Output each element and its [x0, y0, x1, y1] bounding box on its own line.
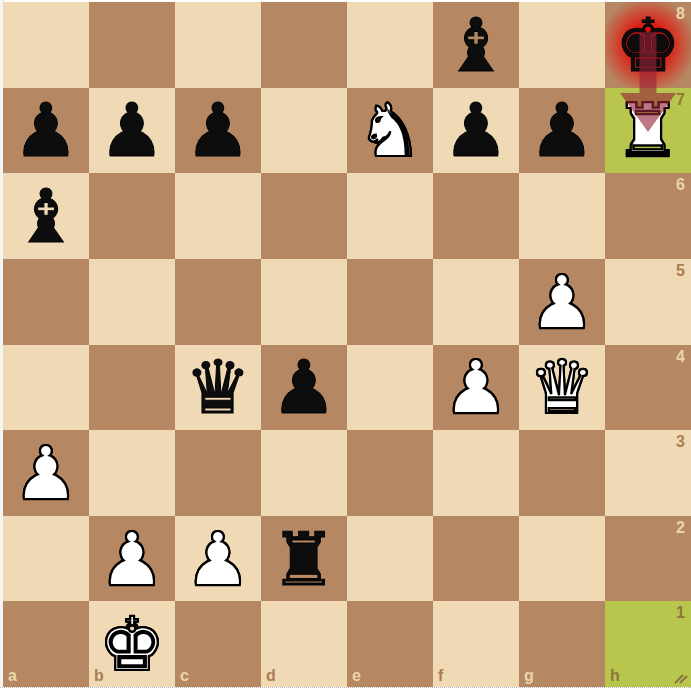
square-d7[interactable]	[261, 88, 347, 174]
square-c6[interactable]	[175, 173, 261, 259]
file-label-f: f	[438, 667, 443, 685]
white-pawn[interactable]: ♟	[443, 350, 509, 424]
rank-label-7: 7	[676, 91, 685, 109]
square-g1[interactable]: g	[519, 601, 605, 687]
white-pawn[interactable]: ♟	[99, 522, 165, 596]
square-f7[interactable]: ♟	[433, 88, 519, 174]
square-b6[interactable]	[89, 173, 175, 259]
square-g4[interactable]: ♛	[519, 345, 605, 431]
rank-label-6: 6	[676, 176, 685, 194]
square-e3[interactable]	[347, 430, 433, 516]
square-h2[interactable]: 2	[605, 516, 691, 602]
square-c8[interactable]	[175, 2, 261, 88]
file-label-a: a	[8, 667, 17, 685]
rank-label-2: 2	[676, 519, 685, 537]
square-e5[interactable]	[347, 259, 433, 345]
chess-board: ♝♚8♟♟♟♞♟♟♜7♝6♟5♛♟♟♛4♟3♟♟♜2a♚bcdefg1h	[3, 2, 691, 687]
square-h8[interactable]: ♚8	[605, 2, 691, 88]
square-f8[interactable]: ♝	[433, 2, 519, 88]
square-f4[interactable]: ♟	[433, 345, 519, 431]
square-g6[interactable]	[519, 173, 605, 259]
square-g3[interactable]	[519, 430, 605, 516]
square-d2[interactable]: ♜	[261, 516, 347, 602]
rank-label-5: 5	[676, 262, 685, 280]
square-h7[interactable]: ♜7	[605, 88, 691, 174]
rank-label-1: 1	[676, 604, 685, 622]
file-label-c: c	[180, 667, 189, 685]
square-a7[interactable]: ♟	[3, 88, 89, 174]
square-a1[interactable]: a	[3, 601, 89, 687]
square-e7[interactable]: ♞	[347, 88, 433, 174]
square-g7[interactable]: ♟	[519, 88, 605, 174]
rank-label-8: 8	[676, 5, 685, 23]
white-king[interactable]: ♚	[99, 607, 165, 681]
square-c1[interactable]: c	[175, 601, 261, 687]
file-label-b: b	[94, 667, 104, 685]
file-label-h: h	[610, 667, 620, 685]
square-b3[interactable]	[89, 430, 175, 516]
square-b1[interactable]: ♚b	[89, 601, 175, 687]
square-e8[interactable]	[347, 2, 433, 88]
square-d8[interactable]	[261, 2, 347, 88]
square-e4[interactable]	[347, 345, 433, 431]
square-f3[interactable]	[433, 430, 519, 516]
square-g8[interactable]	[519, 2, 605, 88]
black-bishop[interactable]: ♝	[13, 179, 79, 253]
square-a8[interactable]	[3, 2, 89, 88]
black-king[interactable]: ♚	[615, 8, 681, 82]
square-d6[interactable]	[261, 173, 347, 259]
square-a3[interactable]: ♟	[3, 430, 89, 516]
square-f6[interactable]	[433, 173, 519, 259]
square-f2[interactable]	[433, 516, 519, 602]
square-b5[interactable]	[89, 259, 175, 345]
rank-label-3: 3	[676, 433, 685, 451]
square-e2[interactable]	[347, 516, 433, 602]
square-b8[interactable]	[89, 2, 175, 88]
square-c7[interactable]: ♟	[175, 88, 261, 174]
white-pawn[interactable]: ♟	[185, 522, 251, 596]
square-c3[interactable]	[175, 430, 261, 516]
black-bishop[interactable]: ♝	[443, 8, 509, 82]
square-b7[interactable]: ♟	[89, 88, 175, 174]
square-d5[interactable]	[261, 259, 347, 345]
white-knight[interactable]: ♞	[357, 93, 423, 167]
square-a6[interactable]: ♝	[3, 173, 89, 259]
square-b4[interactable]	[89, 345, 175, 431]
square-g5[interactable]: ♟	[519, 259, 605, 345]
square-f5[interactable]	[433, 259, 519, 345]
square-h1[interactable]: 1h	[605, 601, 691, 687]
chess-app-page: ♝♚8♟♟♟♞♟♟♜7♝6♟5♛♟♟♛4♟3♟♟♜2a♚bcdefg1h	[0, 0, 691, 691]
square-a4[interactable]	[3, 345, 89, 431]
square-f1[interactable]: f	[433, 601, 519, 687]
square-c5[interactable]	[175, 259, 261, 345]
square-h5[interactable]: 5	[605, 259, 691, 345]
black-pawn[interactable]: ♟	[99, 93, 165, 167]
black-rook[interactable]: ♜	[271, 522, 337, 596]
bottom-strip	[0, 687, 691, 691]
square-h6[interactable]: 6	[605, 173, 691, 259]
square-e1[interactable]: e	[347, 601, 433, 687]
black-queen[interactable]: ♛	[185, 350, 251, 424]
file-label-g: g	[524, 667, 534, 685]
square-b2[interactable]: ♟	[89, 516, 175, 602]
square-d4[interactable]: ♟	[261, 345, 347, 431]
black-pawn[interactable]: ♟	[271, 350, 337, 424]
black-pawn[interactable]: ♟	[529, 93, 595, 167]
square-a2[interactable]	[3, 516, 89, 602]
black-pawn[interactable]: ♟	[13, 93, 79, 167]
white-queen[interactable]: ♛	[529, 350, 595, 424]
file-label-d: d	[266, 667, 276, 685]
file-label-e: e	[352, 667, 361, 685]
black-pawn[interactable]: ♟	[185, 93, 251, 167]
square-a5[interactable]	[3, 259, 89, 345]
square-h4[interactable]: 4	[605, 345, 691, 431]
square-g2[interactable]	[519, 516, 605, 602]
square-e6[interactable]	[347, 173, 433, 259]
rank-label-4: 4	[676, 348, 685, 366]
white-pawn[interactable]: ♟	[13, 436, 79, 510]
white-pawn[interactable]: ♟	[529, 265, 595, 339]
resize-handle-icon[interactable]	[672, 668, 688, 684]
square-c4[interactable]: ♛	[175, 345, 261, 431]
black-pawn[interactable]: ♟	[443, 93, 509, 167]
square-h3[interactable]: 3	[605, 430, 691, 516]
square-c2[interactable]: ♟	[175, 516, 261, 602]
square-d3[interactable]	[261, 430, 347, 516]
white-rook[interactable]: ♜	[615, 93, 681, 167]
square-d1[interactable]: d	[261, 601, 347, 687]
